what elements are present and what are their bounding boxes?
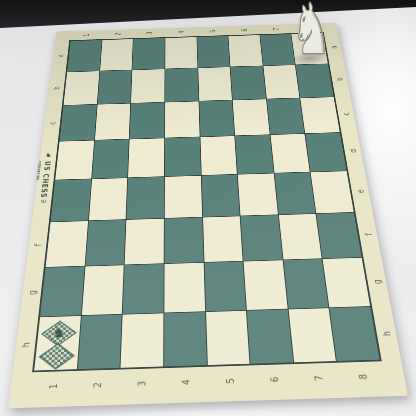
coord-label-4: 4 [173,362,197,402]
board-grid [32,32,382,372]
square-g1 [40,266,84,316]
logo-knight-icon: ♞ [39,322,79,344]
knight-icon: ♞ [44,152,53,158]
coord-label-6: 6 [260,360,287,400]
square-f4 [164,217,203,263]
square-a3 [133,38,165,70]
square-a2 [100,39,133,71]
square-g4 [164,263,204,313]
square-b5 [198,67,232,101]
square-h8 [330,307,380,361]
square-e2 [89,178,128,220]
square-g3 [123,264,164,314]
square-f3 [125,219,164,265]
chess-board: 12345678 12345678 abcefgh abcdefgh ♞ US … [8,23,408,408]
us-chess-corner-logo: ♞ [36,320,79,371]
square-c5 [199,100,234,136]
square-a5 [197,36,230,68]
square-d2 [92,139,129,178]
square-h5 [206,311,250,365]
coord-label-3: 3 [129,364,153,404]
square-c7 [267,98,305,134]
square-b2 [97,70,131,104]
square-e4 [165,176,202,218]
square-e3 [127,177,164,219]
square-e8 [311,171,354,213]
coord-label-2: 2 [84,365,110,405]
square-c8 [301,97,340,133]
coord-label-7: 7 [304,358,332,398]
square-h4 [164,312,206,366]
square-b3 [131,69,164,103]
square-h3 [121,313,164,367]
coord-label-8: 8 [348,357,378,397]
square-c3 [130,102,165,138]
square-c6 [233,99,270,135]
square-d5 [200,136,237,175]
square-a4 [165,37,197,69]
square-e5 [201,175,239,217]
square-h6 [247,309,293,363]
square-g2 [82,265,124,315]
square-g6 [244,260,288,310]
square-h2 [77,315,121,369]
photo-scene: 12345678 12345678 abcefgh abcdefgh ♞ US … [0,0,416,416]
square-d4 [165,137,201,176]
square-c2 [95,104,131,140]
square-d1 [55,140,94,179]
square-f6 [241,215,283,261]
board-perspective-wrap: 12345678 12345678 abcefgh abcdefgh ♞ US … [8,23,408,408]
square-f2 [85,220,126,266]
square-b1 [63,71,99,105]
coord-label-1: 1 [39,367,66,407]
table-edge-dark-band [0,0,416,30]
square-g7 [283,259,328,309]
coord-label-5: 5 [217,361,243,401]
square-d3 [128,138,164,177]
square-d7 [270,134,310,173]
square-f1 [46,221,88,267]
square-a1 [67,40,101,72]
white-knight-piece: ♞ ♘ [290,0,326,65]
square-e6 [238,173,278,215]
square-a6 [228,35,262,66]
white-knight-outline: ♘ [290,0,326,65]
square-d8 [306,133,347,172]
square-e7 [274,172,315,214]
square-c1 [60,105,97,141]
square-h7 [288,308,336,362]
square-e1 [51,179,91,221]
square-b4 [165,68,198,102]
square-f8 [317,213,362,259]
square-b6 [231,66,266,100]
square-c4 [165,101,199,137]
square-d6 [235,135,273,174]
square-f5 [203,216,243,262]
square-f7 [279,214,322,260]
square-g5 [204,262,246,312]
square-g8 [323,258,370,308]
